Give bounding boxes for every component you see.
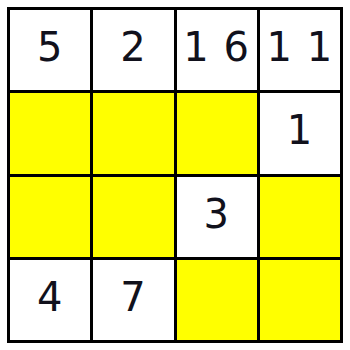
cell-r2c2[interactable] <box>93 93 173 173</box>
cell-r1c4[interactable]: 1 1 <box>260 10 340 90</box>
cell-r2c3[interactable] <box>177 93 257 173</box>
cell-value: 1 6 <box>183 27 250 67</box>
cell-value: 5 <box>37 27 63 67</box>
cell-r2c1[interactable] <box>10 93 90 173</box>
cell-value: 4 <box>37 277 63 317</box>
cell-r4c3[interactable] <box>177 260 257 340</box>
cell-value: 2 <box>120 27 146 67</box>
cell-r1c2[interactable]: 2 <box>93 10 173 90</box>
cell-r4c1[interactable]: 4 <box>10 260 90 340</box>
puzzle-page: 521 61 11347 <box>0 0 350 350</box>
puzzle-board: 521 61 11347 <box>7 7 343 343</box>
cell-r3c3[interactable]: 3 <box>177 177 257 257</box>
cell-value: 7 <box>120 277 146 317</box>
cell-value: 1 <box>287 110 313 150</box>
cell-r1c1[interactable]: 5 <box>10 10 90 90</box>
cell-r4c4[interactable] <box>260 260 340 340</box>
cell-r1c3[interactable]: 1 6 <box>177 10 257 90</box>
cell-r3c1[interactable] <box>10 177 90 257</box>
cell-r3c2[interactable] <box>93 177 173 257</box>
cell-r4c2[interactable]: 7 <box>93 260 173 340</box>
cell-r3c4[interactable] <box>260 177 340 257</box>
cell-value: 1 1 <box>267 27 334 67</box>
cell-value: 3 <box>203 194 229 234</box>
cell-r2c4[interactable]: 1 <box>260 93 340 173</box>
